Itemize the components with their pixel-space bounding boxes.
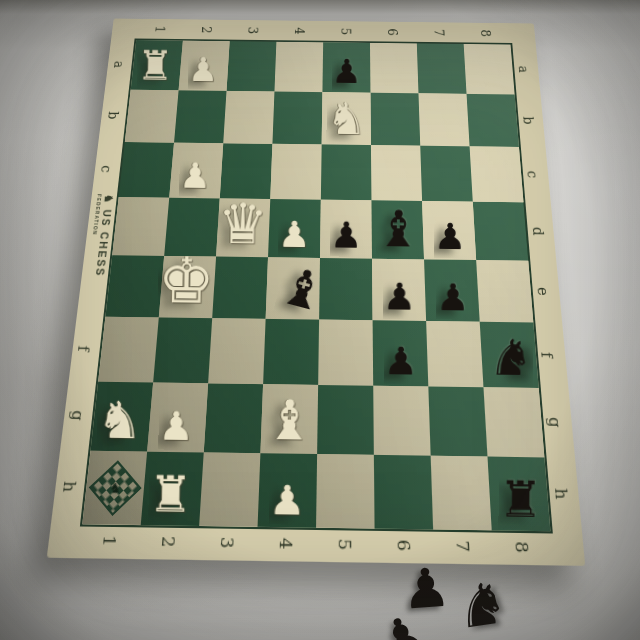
piece-white-queen-d3: ♛ [217,196,268,252]
piece-white-pawn-h4: ♟ [269,480,306,521]
rank-label-bottom-5: 5 [335,538,352,550]
square-a2: ♟ [179,41,230,91]
square-e3 [212,257,268,319]
rank-label-bottom-3: 3 [217,537,235,549]
square-e6: ♟ [372,259,426,321]
square-d7: ♟ [422,201,476,260]
square-h1: ♞ [82,451,147,525]
file-label-right-d: d [530,227,546,236]
file-label-right-a: a [516,66,530,73]
square-f4 [263,319,319,385]
square-e8 [476,260,533,322]
square-h3 [199,452,260,526]
square-c8 [470,146,524,202]
square-h5 [316,454,375,528]
square-a6 [370,43,419,93]
uschess-logo-icon: ♞ [102,194,115,205]
file-label-right-g: g [546,417,563,428]
file-label-right-e: e [534,287,550,296]
square-c1 [119,142,174,198]
square-b2 [174,90,226,143]
square-g1: ♞ [91,382,154,452]
square-a3 [227,41,277,91]
piece-white-bishop-g4: ♝ [265,393,315,448]
square-d8 [473,202,528,261]
captured-knight-2: ♞ [452,573,512,638]
square-c4 [270,144,321,200]
square-h6 [374,455,433,529]
file-label-right-c: c [524,171,539,179]
square-g4: ♝ [260,384,318,454]
rank-label-bottom-6: 6 [394,539,411,551]
file-label-right-f: f [538,352,554,358]
square-b7 [418,93,469,146]
board-grid: ♜♟♟♞♟♛♟♟♝♟♚♝♟♟♟♞♞♟♝ ♞ ♜♟♜ [82,40,550,531]
rank-label-bottom-1: 1 [99,535,117,547]
chess-board: ♜♟♟♞♟♛♟♟♝♟♚♝♟♟♟♞♞♟♝ ♞ ♜♟♜ ♞ US CHESS FED… [47,19,585,566]
square-g8 [483,387,544,457]
piece-white-pawn-c2: ♟ [179,159,211,194]
square-g7 [428,386,487,456]
rank-label-top-8: 8 [478,29,492,36]
piece-white-rook-h2: ♜ [148,470,193,520]
piece-black-pawn-a5: ♟ [332,55,362,88]
rank-label-bottom-2: 2 [158,536,176,548]
rank-label-top-6: 6 [385,28,399,35]
file-label-left-a: a [111,61,125,68]
piece-black-knight-f8: ♞ [488,332,533,382]
square-b3 [223,91,274,144]
square-f6: ♟ [373,320,429,386]
square-a8 [464,44,515,94]
square-g3 [204,383,263,453]
piece-black-pawn-d7: ♟ [434,219,467,255]
square-g2: ♟ [147,383,208,453]
piece-black-bishop-d6: ♝ [376,204,421,254]
square-e1 [105,255,164,317]
square-c6 [371,145,422,201]
square-a7 [417,43,467,93]
square-h2: ♜ [141,452,204,526]
file-label-right-b: b [520,116,535,124]
square-a1: ♜ [131,40,183,90]
rank-label-bottom-4: 4 [276,538,293,550]
square-e4: ♝ [266,257,320,319]
square-g6 [373,386,430,456]
square-b1 [125,90,179,143]
piece-white-king-e2: ♚ [157,249,215,313]
square-a4 [274,42,323,92]
square-b4 [272,92,322,145]
square-f3 [208,318,266,384]
square-c2: ♟ [169,143,223,199]
photo-frame: ♜♟♟♞♟♛♟♟♝♟♚♝♟♟♟♞♞♟♝ ♞ ♜♟♜ ♞ US CHESS FED… [0,0,640,640]
rank-label-top-7: 7 [432,29,446,36]
file-label-left-b: b [105,111,120,119]
piece-white-knight-b5: ♞ [326,96,366,141]
square-f7 [426,321,483,387]
square-e7: ♟ [424,259,480,321]
rank-label-top-2: 2 [199,26,213,33]
rank-label-top-3: 3 [246,27,260,34]
square-b6 [370,93,420,146]
square-f2 [153,317,212,383]
square-a5: ♟ [322,42,370,92]
square-f1 [98,317,159,383]
rank-label-top-5: 5 [339,28,352,35]
file-label-left-g: g [68,410,85,421]
square-d3: ♛ [216,198,270,257]
piece-black-rook-h8: ♜ [498,475,543,525]
piece-white-pawn-a2: ♟ [188,53,218,86]
rank-label-top-4: 4 [292,27,306,34]
piece-white-pawn-g2: ♟ [158,407,194,447]
rank-label-top-1: 1 [152,26,166,33]
piece-black-pawn-e7: ♟ [436,279,470,316]
square-d4: ♟ [268,199,321,258]
shield-knight-icon: ♞ [108,479,122,495]
square-c7 [420,146,473,202]
rank-label-bottom-8: 8 [512,541,530,553]
square-f5 [318,320,373,386]
square-h4: ♟ [258,453,318,527]
piece-white-knight-g1: ♞ [97,394,144,446]
square-d5: ♟ [320,200,372,259]
square-f8: ♞ [480,322,539,388]
square-g5 [317,385,374,455]
square-h8: ♜ [487,457,550,532]
piece-white-pawn-d4: ♟ [278,217,311,253]
piece-black-pawn-d5: ♟ [330,218,363,254]
file-label-left-h: h [60,481,78,492]
uschess-corner-shield: ♞ [89,460,142,516]
square-b8 [467,94,519,147]
rank-label-bottom-7: 7 [453,540,471,552]
file-label-left-f: f [75,346,91,352]
square-e2: ♚ [159,256,216,318]
square-b5: ♞ [322,92,371,145]
square-c5 [321,144,372,200]
piece-black-pawn-f6: ♟ [384,342,419,381]
square-h7 [431,456,492,531]
piece-black-pawn-e6: ♟ [383,279,417,316]
file-label-left-c: c [98,165,113,173]
file-label-right-h: h [552,488,570,500]
square-d6: ♝ [371,200,424,259]
piece-white-rook-a1: ♜ [137,46,174,87]
